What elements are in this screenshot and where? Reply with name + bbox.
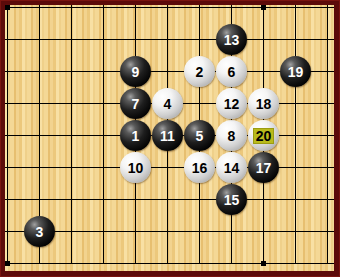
move-number: 5	[196, 129, 204, 143]
move-number: 7	[132, 97, 140, 111]
stone-6-white: 6	[216, 56, 247, 87]
move-number: 2	[196, 65, 204, 79]
star-point	[261, 261, 266, 266]
star-point	[261, 5, 266, 10]
move-number: 19	[288, 65, 304, 79]
stone-8-white: 8	[216, 120, 247, 151]
star-point	[5, 261, 10, 266]
stone-3-black: 3	[24, 216, 55, 247]
stone-19-black: 19	[280, 56, 311, 87]
stone-16-white: 16	[184, 152, 215, 183]
move-number: 14	[224, 161, 240, 175]
move-number: 1	[132, 129, 140, 143]
move-number: 3	[36, 225, 44, 239]
move-number: 4	[164, 97, 172, 111]
stone-4-white: 4	[152, 88, 183, 119]
stone-2-white: 2	[184, 56, 215, 87]
stone-7-black: 7	[120, 88, 151, 119]
move-number: 6	[228, 65, 236, 79]
move-number: 8	[228, 129, 236, 143]
move-number: 13	[224, 33, 240, 47]
stone-14-white: 14	[216, 152, 247, 183]
move-number: 15	[224, 193, 240, 207]
move-number: 10	[128, 161, 144, 175]
stone-20-white: 20	[248, 120, 279, 151]
star-point	[5, 5, 10, 10]
move-number: 17	[256, 161, 272, 175]
stone-10-white: 10	[120, 152, 151, 183]
stone-12-white: 12	[216, 88, 247, 119]
move-number: 11	[160, 129, 175, 143]
stone-13-black: 13	[216, 24, 247, 55]
stone-1-black: 1	[120, 120, 151, 151]
move-number-last: 20	[254, 129, 274, 143]
stone-17-black: 17	[248, 152, 279, 183]
move-number: 9	[132, 65, 140, 79]
stone-11-black: 11	[152, 120, 183, 151]
move-number: 12	[224, 97, 240, 111]
go-board-diagram: 1234567891011121314151617181920	[0, 0, 340, 277]
stone-5-black: 5	[184, 120, 215, 151]
move-number: 18	[256, 97, 272, 111]
move-number: 16	[192, 161, 208, 175]
stone-15-black: 15	[216, 184, 247, 215]
stone-18-white: 18	[248, 88, 279, 119]
stone-9-black: 9	[120, 56, 151, 87]
